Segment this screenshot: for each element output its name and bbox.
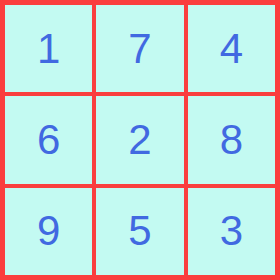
cell-value: 8: [220, 119, 243, 161]
cell-value: 6: [37, 119, 60, 161]
cell-r3c2[interactable]: 5: [96, 188, 183, 275]
number-grid-board: 1 7 4 6 2 8 9 5 3: [0, 0, 280, 280]
cell-r2c1[interactable]: 6: [5, 96, 92, 183]
cell-r1c3[interactable]: 4: [188, 5, 275, 92]
cell-value: 4: [220, 28, 243, 70]
cell-value: 3: [220, 210, 243, 252]
cell-r3c1[interactable]: 9: [5, 188, 92, 275]
cell-value: 2: [128, 119, 151, 161]
cell-r1c1[interactable]: 1: [5, 5, 92, 92]
cell-r2c2[interactable]: 2: [96, 96, 183, 183]
cell-r1c2[interactable]: 7: [96, 5, 183, 92]
cell-value: 7: [128, 28, 151, 70]
cell-value: 1: [37, 28, 60, 70]
cell-value: 5: [128, 210, 151, 252]
cell-value: 9: [37, 210, 60, 252]
cell-r3c3[interactable]: 3: [188, 188, 275, 275]
cell-r2c3[interactable]: 8: [188, 96, 275, 183]
